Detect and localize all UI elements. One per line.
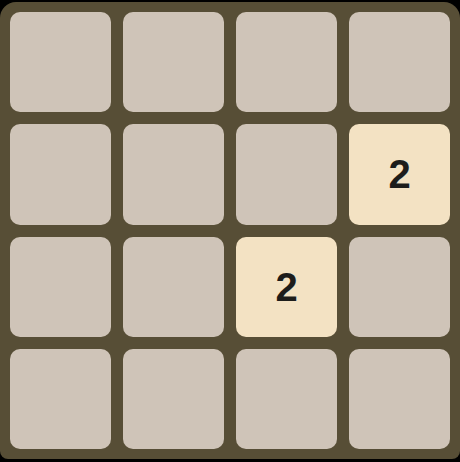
empty-cell [236,12,337,112]
tile-2: 2 [236,237,337,337]
empty-cell [10,349,111,449]
2048-board: 22 [0,2,460,459]
empty-cell [236,349,337,449]
empty-cell [123,124,224,224]
empty-cell [349,237,450,337]
tile-2: 2 [349,124,450,224]
empty-cell [123,237,224,337]
empty-cell [236,124,337,224]
empty-cell [123,349,224,449]
empty-cell [349,349,450,449]
empty-cell [10,12,111,112]
empty-cell [10,237,111,337]
empty-cell [349,12,450,112]
empty-cell [10,124,111,224]
empty-cell [123,12,224,112]
